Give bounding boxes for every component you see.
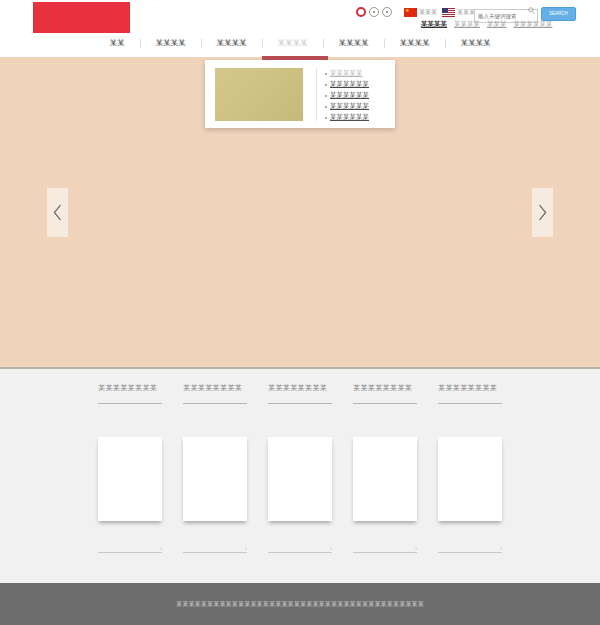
content-column-3: 某某某某某某某某 › (268, 383, 332, 553)
logo[interactable] (33, 2, 130, 33)
more-arrow-icon[interactable]: › (330, 546, 332, 551)
content-column-4: 某某某某某某某某 › (353, 383, 417, 553)
footer-copyright-text: 某某某某某某某某某某某某某某某某某某某某某某某某某某某某某某某某某某某某某某某某 (176, 600, 424, 609)
quick-link[interactable]: 某某某某某某 (514, 20, 553, 29)
card[interactable] (353, 437, 417, 521)
title-underline (353, 403, 417, 404)
more-arrow-icon[interactable]: › (500, 546, 502, 551)
content-column-1: 某某某某某某某某 › (98, 383, 162, 553)
title-underline (183, 403, 247, 404)
nav-item-4-active[interactable]: 某某某某 (263, 38, 323, 48)
nav-active-indicator (262, 56, 328, 60)
more-arrow-icon[interactable]: › (415, 546, 417, 551)
globe-icon[interactable] (382, 7, 392, 17)
dropdown-item-2[interactable]: 某某某某某某 (325, 79, 369, 90)
nav-dropdown-menu: 某某某某某 某某某某某某 某某某某某某 某某某某某某 某某某某某某 (205, 60, 395, 128)
card-divider: › (183, 552, 247, 553)
card[interactable] (438, 437, 502, 521)
dropdown-item-1[interactable]: 某某某某某 (325, 68, 369, 79)
column-title: 某某某某某某某某 (353, 383, 417, 392)
dropdown-item-5[interactable]: 某某某某某某 (325, 112, 369, 123)
card[interactable] (183, 437, 247, 521)
content-column-5: 某某某某某某某某 › (438, 383, 502, 553)
page: ★ 某某某 某某某 SEARCH 某某某某 某某某某 某某某 某某某某某某 某某… (0, 0, 600, 625)
dropdown-thumbnail-image[interactable] (215, 68, 303, 121)
ring-icon[interactable] (356, 7, 366, 17)
nav-item-6[interactable]: 某某某某 (385, 38, 445, 48)
language-label: 某某某 (457, 8, 475, 17)
dropdown-item-3[interactable]: 某某某某某某 (325, 90, 369, 101)
chevron-left-icon (53, 204, 62, 221)
clock-icon[interactable] (369, 7, 379, 17)
column-title: 某某某某某某某某 (98, 383, 162, 392)
card[interactable] (268, 437, 332, 521)
language-chinese[interactable]: ★ 某某某 (404, 8, 437, 17)
title-underline (268, 403, 332, 404)
language-english[interactable]: 某某某 (442, 8, 475, 17)
bullet-icon (325, 95, 327, 97)
bullet-icon (325, 117, 327, 119)
carousel-prev-button[interactable] (47, 188, 68, 237)
bullet-icon (325, 73, 327, 75)
nav-item-7[interactable]: 某某某某 (446, 38, 506, 48)
magnifier-icon (528, 7, 535, 14)
social-icons (356, 7, 392, 17)
content-column-2: 某某某某某某某某 › (183, 383, 247, 553)
nav-item-5[interactable]: 某某某某 (324, 38, 384, 48)
card-divider: › (98, 552, 162, 553)
more-arrow-icon[interactable]: › (160, 546, 162, 551)
nav-item-1[interactable]: 某某 (95, 38, 140, 48)
title-underline (438, 403, 502, 404)
more-arrow-icon[interactable]: › (245, 546, 247, 551)
dropdown-divider (316, 68, 317, 121)
bullet-icon (325, 84, 327, 86)
content-section: 某某某某某某某某 › 某某某某某某某某 › 某某某某某某某某 (0, 369, 600, 583)
footer: 某某某某某某某某某某某某某某某某某某某某某某某某某某某某某某某某某某某某某某某某 (0, 583, 600, 625)
card[interactable] (98, 437, 162, 521)
card-divider: › (353, 552, 417, 553)
language-switcher: ★ 某某某 某某某 (404, 8, 475, 17)
column-title: 某某某某某某某某 (183, 383, 247, 392)
dropdown-item-4[interactable]: 某某某某某某 (325, 101, 369, 112)
quick-link[interactable]: 某某某某 (421, 20, 447, 29)
content-columns: 某某某某某某某某 › 某某某某某某某某 › 某某某某某某某某 (0, 369, 600, 553)
cn-flag-icon: ★ (404, 8, 417, 17)
quick-link[interactable]: 某某某某 (454, 20, 480, 29)
us-flag-icon (442, 8, 455, 17)
quick-links: 某某某某 某某某某 某某某 某某某某某某 (421, 20, 553, 29)
column-title: 某某某某某某某某 (268, 383, 332, 392)
nav-item-2[interactable]: 某某某某 (141, 38, 201, 48)
main-nav: 某某 某某某某 某某某某 某某某某 某某某某 某某某某 某某某某 (0, 38, 600, 48)
nav-item-3[interactable]: 某某某某 (202, 38, 262, 48)
search-button[interactable]: SEARCH (541, 7, 576, 21)
quick-link[interactable]: 某某某 (487, 20, 507, 29)
card-divider: › (438, 552, 502, 553)
language-label: 某某某 (419, 8, 437, 17)
dropdown-list: 某某某某某 某某某某某某 某某某某某某 某某某某某某 某某某某某某 (325, 68, 369, 123)
title-underline (98, 403, 162, 404)
carousel-next-button[interactable] (532, 188, 553, 237)
bullet-icon (325, 106, 327, 108)
card-divider: › (268, 552, 332, 553)
chevron-right-icon (538, 204, 547, 221)
column-title: 某某某某某某某某 (438, 383, 502, 392)
